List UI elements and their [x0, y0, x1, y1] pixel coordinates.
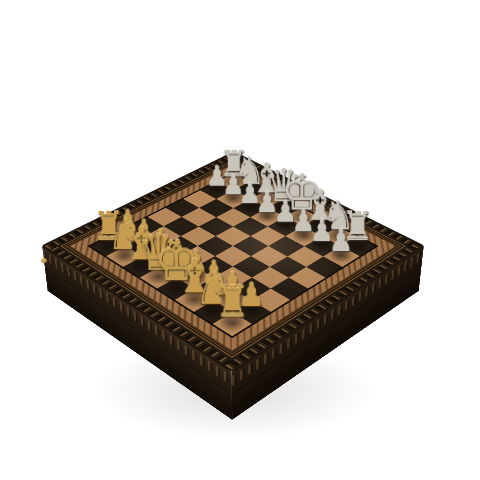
chess-set-photo: ♜♞♝♛♚♝♞♜♟♟♟♟♟♟♟♟♟♟♟♟♟♟♟♟♜♞♝♛♚♝♞♜: [0, 0, 480, 480]
perspective-stage: ♜♞♝♛♚♝♞♜♟♟♟♟♟♟♟♟♟♟♟♟♟♟♟♟♜♞♝♛♚♝♞♜: [0, 0, 480, 480]
black-pawn-glyph: ♟: [329, 226, 354, 256]
white-rook-glyph: ♜: [214, 280, 250, 324]
corner-stud: [41, 258, 47, 263]
chess-board-box: ♜♞♝♛♚♝♞♜♟♟♟♟♟♟♟♟♟♟♟♟♟♟♟♟♜♞♝♛♚♝♞♜: [42, 152, 424, 372]
